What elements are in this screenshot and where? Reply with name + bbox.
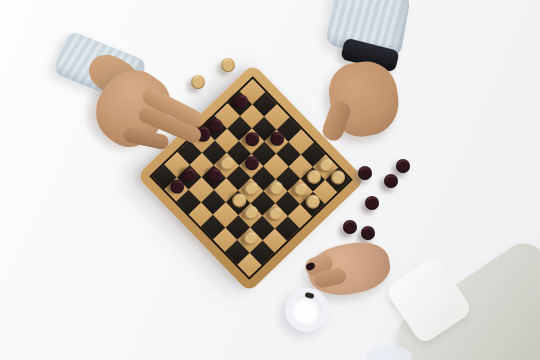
spare-light-piece[interactable]: ● — [221, 58, 235, 72]
spare-light-piece[interactable]: ● — [191, 75, 205, 89]
captured-dark-piece[interactable]: ● — [365, 196, 379, 210]
captured-dark-piece[interactable]: ● — [361, 226, 375, 240]
table-scene: ●●●●●●●●●●●●●●●●●●●●● ●●●●●●●● — [0, 0, 540, 360]
captured-dark-piece[interactable]: ● — [343, 220, 357, 234]
captured-dark-piece[interactable]: ● — [384, 174, 398, 188]
captured-dark-piece[interactable]: ● — [358, 166, 372, 180]
faint-object-bottom — [366, 346, 412, 360]
captured-dark-piece[interactable]: ● — [396, 159, 410, 173]
